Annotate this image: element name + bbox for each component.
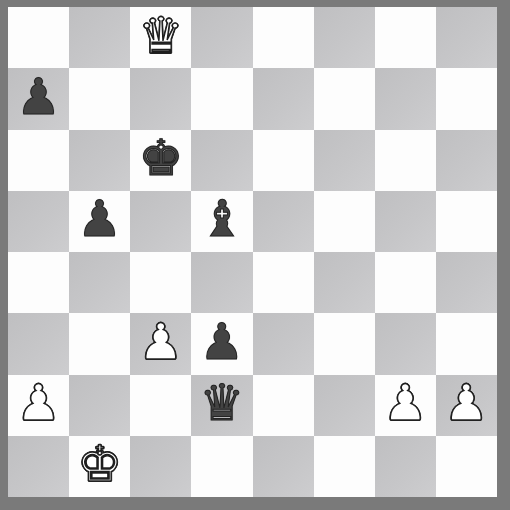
square-g2[interactable]: ♟ (375, 375, 436, 436)
black-bishop-icon: ♝ (200, 194, 245, 244)
white-king-icon: ♚ (77, 439, 122, 489)
square-h3[interactable] (436, 313, 497, 374)
square-d2[interactable]: ♛ (191, 375, 252, 436)
square-e2[interactable] (253, 375, 314, 436)
square-f2[interactable] (314, 375, 375, 436)
square-e3[interactable] (253, 313, 314, 374)
square-h8[interactable] (436, 7, 497, 68)
square-a1[interactable] (8, 436, 69, 497)
square-d8[interactable] (191, 7, 252, 68)
square-b4[interactable] (69, 252, 130, 313)
square-b6[interactable] (69, 130, 130, 191)
square-c1[interactable] (130, 436, 191, 497)
square-e6[interactable] (253, 130, 314, 191)
square-f3[interactable] (314, 313, 375, 374)
square-g5[interactable] (375, 191, 436, 252)
square-h4[interactable] (436, 252, 497, 313)
square-g1[interactable] (375, 436, 436, 497)
square-g8[interactable] (375, 7, 436, 68)
square-f1[interactable] (314, 436, 375, 497)
white-pawn-icon: ♟ (138, 317, 183, 367)
white-pawn-icon: ♟ (444, 378, 489, 428)
square-c6[interactable]: ♚ (130, 130, 191, 191)
black-pawn-icon: ♟ (200, 317, 245, 367)
square-f5[interactable] (314, 191, 375, 252)
square-a6[interactable] (8, 130, 69, 191)
square-b3[interactable] (69, 313, 130, 374)
square-a2[interactable]: ♟ (8, 375, 69, 436)
white-queen-icon: ♛ (138, 11, 183, 61)
square-a7[interactable]: ♟ (8, 68, 69, 129)
square-a3[interactable] (8, 313, 69, 374)
square-d1[interactable] (191, 436, 252, 497)
square-c3[interactable]: ♟ (130, 313, 191, 374)
square-h1[interactable] (436, 436, 497, 497)
square-e8[interactable] (253, 7, 314, 68)
square-f6[interactable] (314, 130, 375, 191)
square-f7[interactable] (314, 68, 375, 129)
black-pawn-icon: ♟ (77, 194, 122, 244)
square-h5[interactable] (436, 191, 497, 252)
square-b5[interactable]: ♟ (69, 191, 130, 252)
square-c7[interactable] (130, 68, 191, 129)
white-pawn-icon: ♟ (383, 378, 428, 428)
chess-board-frame: ♛♟♚♟♝♟♟♟♛♟♟♚ (0, 0, 510, 510)
chess-board: ♛♟♚♟♝♟♟♟♛♟♟♚ (8, 7, 497, 497)
square-g7[interactable] (375, 68, 436, 129)
square-a8[interactable] (8, 7, 69, 68)
square-h6[interactable] (436, 130, 497, 191)
square-b7[interactable] (69, 68, 130, 129)
black-queen-icon: ♛ (200, 378, 245, 428)
black-pawn-icon: ♟ (16, 72, 61, 122)
square-b1[interactable]: ♚ (69, 436, 130, 497)
square-c2[interactable] (130, 375, 191, 436)
square-g6[interactable] (375, 130, 436, 191)
square-d6[interactable] (191, 130, 252, 191)
square-d4[interactable] (191, 252, 252, 313)
square-a5[interactable] (8, 191, 69, 252)
square-h2[interactable]: ♟ (436, 375, 497, 436)
square-b2[interactable] (69, 375, 130, 436)
square-c4[interactable] (130, 252, 191, 313)
square-h7[interactable] (436, 68, 497, 129)
black-king-icon: ♚ (138, 133, 183, 183)
square-f4[interactable] (314, 252, 375, 313)
square-e1[interactable] (253, 436, 314, 497)
square-d7[interactable] (191, 68, 252, 129)
square-d5[interactable]: ♝ (191, 191, 252, 252)
square-b8[interactable] (69, 7, 130, 68)
square-e4[interactable] (253, 252, 314, 313)
square-f8[interactable] (314, 7, 375, 68)
square-e7[interactable] (253, 68, 314, 129)
square-g3[interactable] (375, 313, 436, 374)
square-c5[interactable] (130, 191, 191, 252)
square-d3[interactable]: ♟ (191, 313, 252, 374)
square-c8[interactable]: ♛ (130, 7, 191, 68)
square-g4[interactable] (375, 252, 436, 313)
square-e5[interactable] (253, 191, 314, 252)
square-a4[interactable] (8, 252, 69, 313)
white-pawn-icon: ♟ (16, 378, 61, 428)
